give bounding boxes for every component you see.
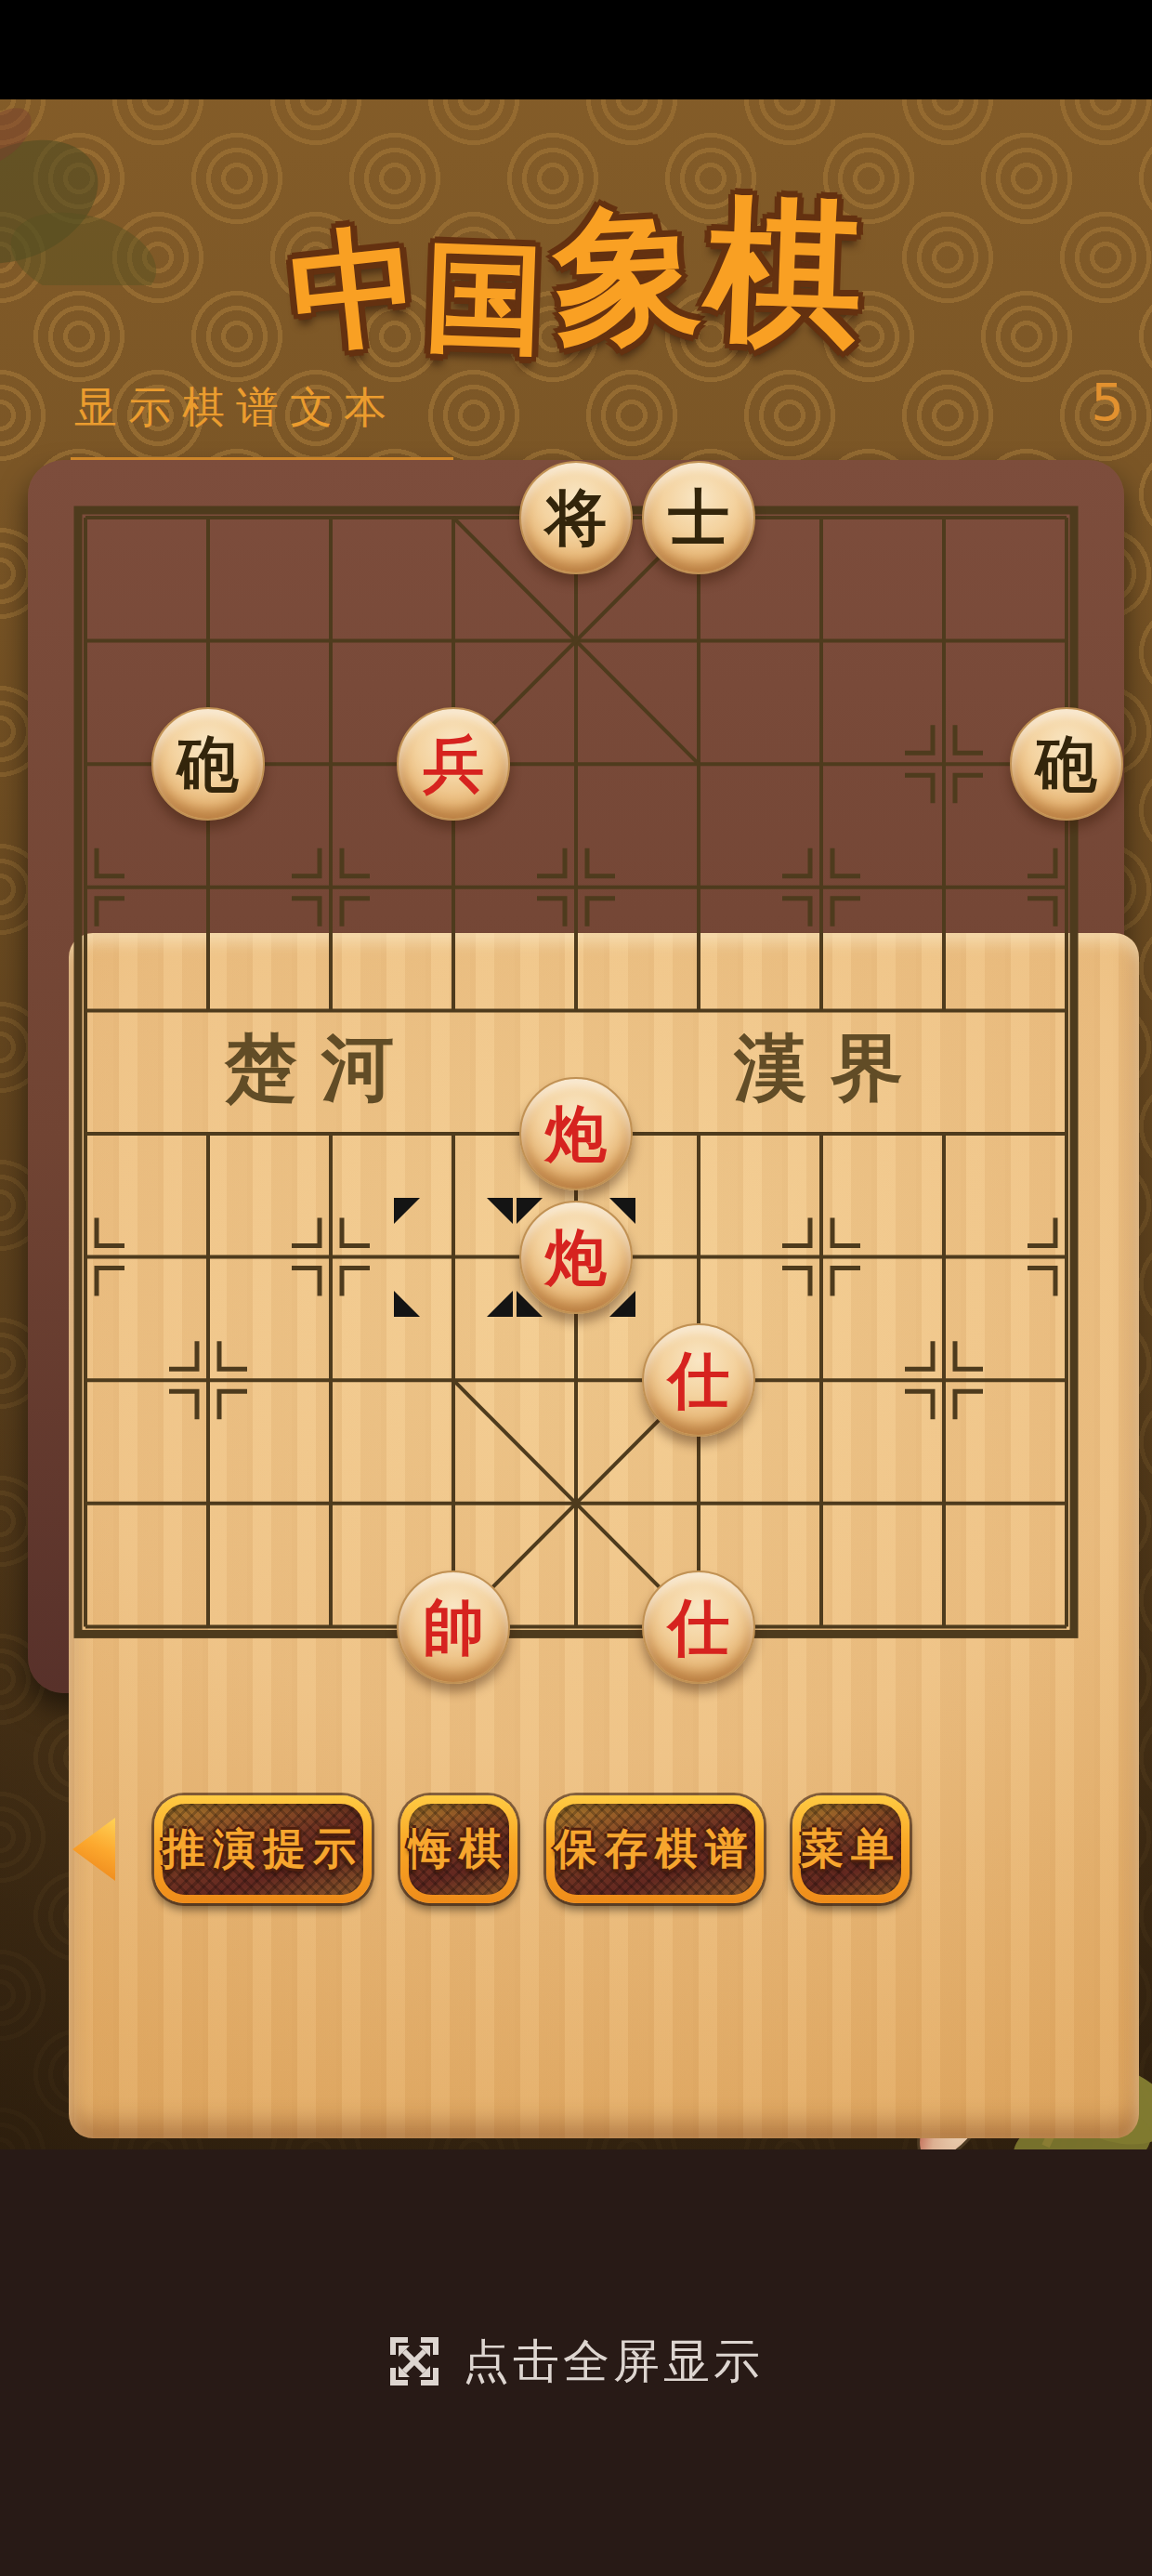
undo-button-label: 悔棋 <box>409 1820 509 1878</box>
app-title-char: 中 <box>284 218 425 360</box>
app-screen: 中国象棋 显示棋谱文本 5 楚河 漢界 将士砲兵砲炮炮仕帥仕 推演提示 悔棋 保… <box>0 0 1152 2576</box>
app-title-char: 棋 <box>703 191 865 352</box>
save-kifu-button[interactable]: 保存棋谱 <box>546 1795 764 1903</box>
hint-button-label: 推演提示 <box>163 1820 363 1878</box>
save-kifu-button-label: 保存棋谱 <box>555 1820 755 1878</box>
marker-corner <box>394 1198 420 1224</box>
show-kifu-text-link[interactable]: 显示棋谱文本 <box>74 379 398 437</box>
xiangqi-piece-仕[interactable]: 仕 <box>642 1571 755 1684</box>
toolbar-buttons: 推演提示 悔棋 保存棋谱 菜单 <box>154 1795 910 1903</box>
marker-corner <box>487 1198 513 1224</box>
app-title-char: 象 <box>550 198 704 352</box>
app-title-char: 国 <box>423 236 545 359</box>
back-arrow-button[interactable] <box>72 1818 115 1881</box>
xiangqi-board: 将士砲兵砲炮炮仕帥仕 <box>24 456 1128 1689</box>
fullscreen-hint-label: 点击全屏显示 <box>463 2331 764 2393</box>
xiangqi-piece-将[interactable]: 将 <box>519 461 633 574</box>
xiangqi-piece-炮[interactable]: 炮 <box>519 1201 633 1314</box>
fullscreen-hint[interactable]: 点击全屏显示 <box>0 2320 1152 2403</box>
status-bar <box>0 0 1152 99</box>
marker-corner <box>487 1291 513 1317</box>
xiangqi-piece-炮[interactable]: 炮 <box>519 1077 633 1190</box>
menu-button[interactable]: 菜单 <box>792 1795 910 1903</box>
xiangqi-piece-砲[interactable]: 砲 <box>151 707 265 821</box>
undo-button[interactable]: 悔棋 <box>400 1795 517 1903</box>
last-move-marker <box>394 1198 513 1317</box>
hint-button[interactable]: 推演提示 <box>154 1795 372 1903</box>
xiangqi-piece-帥[interactable]: 帥 <box>397 1571 510 1684</box>
xiangqi-piece-仕[interactable]: 仕 <box>642 1323 755 1437</box>
xiangqi-piece-兵[interactable]: 兵 <box>397 707 510 821</box>
fullscreen-expand-icon <box>388 2335 440 2387</box>
xiangqi-piece-砲[interactable]: 砲 <box>1010 707 1123 821</box>
app-title: 中国象棋 <box>0 193 1152 349</box>
marker-corner <box>394 1291 420 1317</box>
xiangqi-piece-士[interactable]: 士 <box>642 461 755 574</box>
toolbar: 推演提示 悔棋 保存棋谱 菜单 <box>0 1795 1152 1903</box>
menu-button-label: 菜单 <box>801 1820 901 1878</box>
move-counter: 5 <box>1091 372 1124 432</box>
